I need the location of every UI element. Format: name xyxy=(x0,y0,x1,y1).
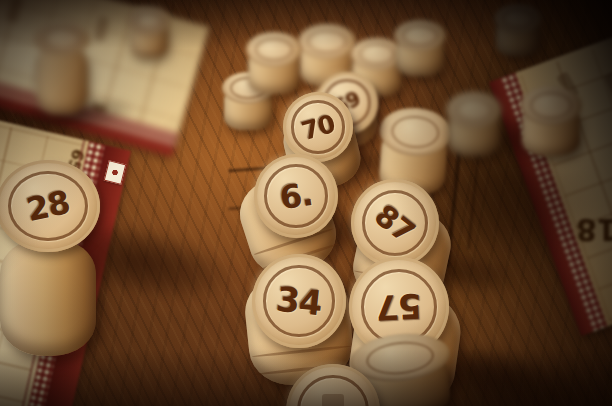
barrel-top xyxy=(494,4,542,33)
engraved-ring-icon xyxy=(402,25,437,46)
barrel-out-of-focus[interactable] xyxy=(246,32,302,94)
engraved-ring-icon xyxy=(43,27,81,50)
barrel-28[interactable]: 28 xyxy=(0,152,104,352)
engraved-ring-icon xyxy=(530,92,572,119)
barrel-face: 34 xyxy=(252,254,346,348)
barrel-top xyxy=(446,92,502,128)
barrel-out-of-focus[interactable] xyxy=(494,4,542,56)
barrel-out-of-focus[interactable] xyxy=(128,6,170,58)
barrel-face xyxy=(286,364,380,406)
barrel-top xyxy=(246,32,302,67)
engraved-ring-icon xyxy=(390,114,441,150)
lotto-photo-scene: 11 65 8 18 xyxy=(0,0,612,406)
barrel-number: 28 xyxy=(0,150,108,262)
engraved-ring-icon xyxy=(359,43,396,65)
engraved-ring-icon xyxy=(455,98,493,122)
barrel-face: 28 xyxy=(0,160,100,252)
barrel-top xyxy=(298,24,356,59)
barrel-top xyxy=(128,6,170,35)
barrel-number: 6. xyxy=(249,149,344,244)
barrel-out-of-focus[interactable] xyxy=(394,20,446,76)
barrel-number: 34 xyxy=(247,249,350,352)
blurred-number-mark xyxy=(322,394,344,406)
engraved-ring-icon xyxy=(255,38,293,62)
barrel-top xyxy=(520,86,582,125)
barrel-on-right-card[interactable] xyxy=(520,86,582,156)
barrel-top xyxy=(34,22,90,55)
barrel-out-of-focus[interactable] xyxy=(34,22,90,114)
barrel-out-of-focus[interactable] xyxy=(446,92,502,156)
barrel-body xyxy=(36,46,88,114)
engraved-ring-icon xyxy=(502,9,535,29)
engraved-ring-icon xyxy=(135,11,164,31)
engraved-ring-icon xyxy=(307,30,346,54)
barrel-face: 6. xyxy=(254,154,338,238)
barrel-partial-face[interactable] xyxy=(286,364,380,406)
